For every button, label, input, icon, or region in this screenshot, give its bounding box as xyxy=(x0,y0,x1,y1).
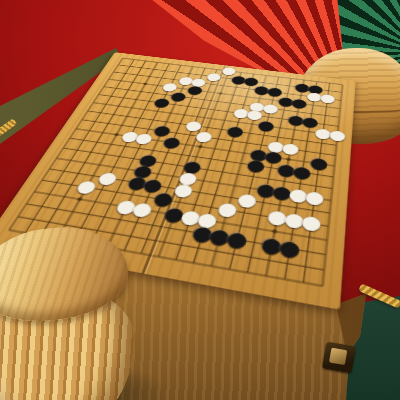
stone-white: ● xyxy=(300,212,323,233)
latch-clasp xyxy=(322,342,356,374)
stone-black: ● xyxy=(225,124,246,139)
stone-white: ● xyxy=(328,128,347,143)
latch-clasp-plate xyxy=(329,348,347,366)
stone-black: ● xyxy=(290,97,308,110)
stone-white: ● xyxy=(319,92,337,105)
stone-black: ● xyxy=(245,157,267,174)
stone-white: ● xyxy=(304,188,326,207)
go-photo-scene: Angled photo of a bamboo folding go boar… xyxy=(0,0,400,400)
stone-black: ● xyxy=(224,228,250,250)
stone-black: ● xyxy=(277,236,302,259)
stone-black: ● xyxy=(256,118,276,133)
stone-black: ● xyxy=(291,163,312,181)
